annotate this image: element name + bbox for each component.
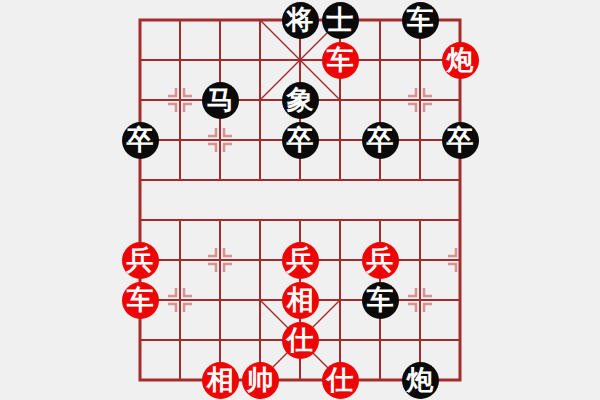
piece-black-soldier[interactable]: 卒 (282, 122, 319, 159)
pieces-layer: 将士车车炮马象卒卒卒卒兵兵兵车相车仕相帅仕炮 (120, 0, 480, 400)
piece-red-advisor[interactable]: 仕 (282, 322, 319, 359)
piece-red-soldier[interactable]: 兵 (122, 242, 159, 279)
piece-red-chariot[interactable]: 车 (322, 42, 359, 79)
piece-red-soldier[interactable]: 兵 (362, 242, 399, 279)
piece-black-soldier[interactable]: 卒 (442, 122, 479, 159)
piece-red-advisor[interactable]: 仕 (322, 362, 359, 399)
piece-black-cannon[interactable]: 炮 (402, 362, 439, 399)
piece-black-soldier[interactable]: 卒 (362, 122, 399, 159)
piece-black-soldier[interactable]: 卒 (122, 122, 159, 159)
piece-black-horse[interactable]: 马 (202, 82, 239, 119)
piece-black-chariot[interactable]: 车 (362, 282, 399, 319)
piece-red-elephant[interactable]: 相 (282, 282, 319, 319)
piece-red-general[interactable]: 帅 (242, 362, 279, 399)
piece-black-advisor[interactable]: 士 (322, 2, 359, 39)
piece-black-general[interactable]: 将 (282, 2, 319, 39)
piece-black-elephant[interactable]: 象 (282, 82, 319, 119)
piece-black-chariot[interactable]: 车 (402, 2, 439, 39)
piece-red-chariot[interactable]: 车 (122, 282, 159, 319)
piece-red-cannon[interactable]: 炮 (442, 42, 479, 79)
piece-red-elephant[interactable]: 相 (202, 362, 239, 399)
piece-red-soldier[interactable]: 兵 (282, 242, 319, 279)
xiangqi-board: 将士车车炮马象卒卒卒卒兵兵兵车相车仕相帅仕炮 (0, 0, 600, 400)
